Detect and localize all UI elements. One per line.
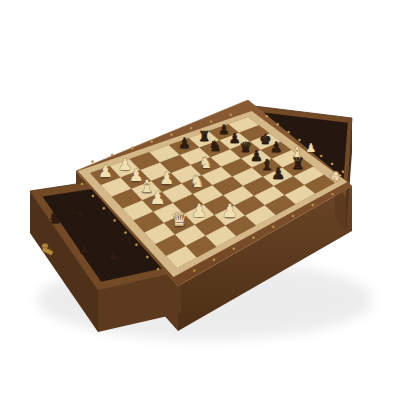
brass-screw: [252, 237, 254, 239]
brass-screw: [213, 259, 215, 261]
brass-screw: [92, 195, 94, 197]
svg-text:♟: ♟: [306, 141, 317, 155]
svg-text:♞: ♞: [209, 138, 222, 154]
svg-text:♟: ♟: [159, 168, 174, 188]
piece-white-pawn-c3: ♟: [191, 200, 208, 221]
svg-text:♟: ♟: [270, 139, 283, 155]
brass-screw: [331, 163, 333, 165]
brass-screw: [233, 248, 235, 250]
svg-text:♜: ♜: [291, 155, 305, 173]
captured-black-pawn: ♟: [107, 248, 119, 263]
brass-screw: [210, 120, 212, 122]
svg-text:♛: ♛: [171, 208, 188, 231]
svg-text:♟: ♟: [107, 248, 119, 263]
piece-black-rook-h3: ♜: [291, 155, 305, 173]
svg-text:♟: ♟: [178, 135, 191, 151]
brass-screw: [91, 160, 93, 162]
svg-text:♟: ♟: [150, 187, 166, 208]
brass-screw: [298, 139, 300, 141]
captured-black-knight: ♞: [48, 209, 61, 227]
brass-screw: [157, 268, 159, 270]
captured-black-pawn: ♟: [78, 241, 90, 256]
brass-screw: [190, 127, 192, 129]
svg-text:♟: ♟: [78, 241, 90, 256]
brass-screw: [287, 131, 289, 133]
piece-black-pawn-e8: ♟: [178, 135, 191, 151]
svg-text:♟: ♟: [271, 164, 285, 183]
brass-screw: [292, 215, 294, 217]
piece-black-pawn-g3: ♟: [271, 164, 285, 183]
brass-screw: [151, 140, 153, 142]
brass-screw: [331, 193, 333, 195]
brass-screw: [320, 155, 322, 157]
brass-screw: [81, 183, 83, 185]
svg-text:♟: ♟: [191, 200, 208, 221]
captured-white-pawn: ♟: [306, 141, 317, 155]
piece-white-pawn-b5: ♟: [150, 187, 166, 208]
piece-white-knight-e6: ♞: [199, 154, 213, 172]
piece-black-knight-f7: ♞: [209, 138, 222, 154]
piece-white-pawn-d2: ♟: [221, 200, 238, 221]
brass-screw: [124, 231, 126, 233]
chess-set-svg: ♞♝♟♟♚♝♟♟♜♟♚♟♞♛♟♟♞♝♜♟♟♟♟♟♞♝♟♟♟♛: [0, 0, 400, 400]
chess-set-product-photo: ♞♝♟♟♚♝♟♟♜♟♚♟♞♛♟♟♞♝♜♟♟♟♟♟♞♝♟♟♟♛: [0, 0, 400, 400]
brass-screw: [103, 207, 105, 209]
piece-white-queen-b3: ♛: [171, 208, 188, 231]
svg-text:♟: ♟: [221, 200, 238, 221]
svg-text:♞: ♞: [199, 154, 213, 172]
brass-screw: [170, 134, 172, 136]
brass-screw: [193, 269, 195, 271]
brass-screw: [131, 147, 133, 149]
brass-screw: [312, 204, 314, 206]
svg-text:♞: ♞: [190, 171, 205, 191]
svg-text:♞: ♞: [48, 209, 61, 227]
brass-screw: [113, 219, 115, 221]
brass-screw: [277, 123, 279, 125]
brass-screw: [272, 226, 274, 228]
piece-white-pawn-a8: ♟: [98, 161, 113, 181]
piece-white-pawn-c6: ♟: [159, 168, 174, 188]
piece-white-knight-d5: ♞: [190, 171, 205, 191]
brass-screw: [146, 256, 148, 258]
piece-black-pawn-h5: ♟: [270, 139, 283, 155]
svg-text:♟: ♟: [98, 161, 113, 181]
brass-screw: [230, 114, 232, 116]
brass-screw: [135, 244, 137, 246]
brass-screw: [266, 115, 268, 117]
brass-screw: [111, 154, 113, 156]
